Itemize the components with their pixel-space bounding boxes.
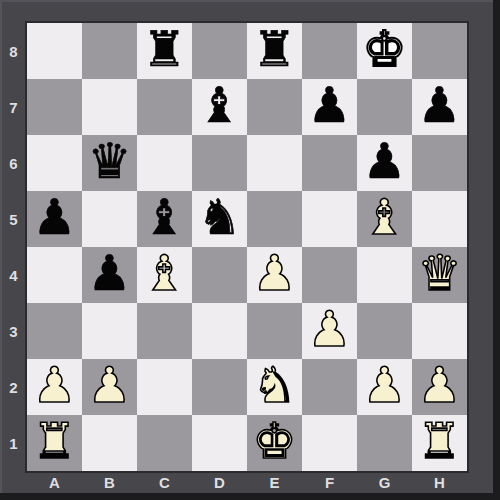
piece-white-rook[interactable]: ♜ [418,417,462,466]
file-label-h: H [412,471,467,493]
square-b4[interactable]: ♟ [82,247,137,303]
piece-black-rook[interactable]: ♜ [253,25,297,74]
square-e1[interactable]: ♚ [247,415,302,471]
piece-black-pawn[interactable]: ♟ [33,193,77,242]
square-e3[interactable] [247,303,302,359]
file-labels: A B C D E F G H [27,471,467,493]
square-b8[interactable] [82,23,137,79]
square-g4[interactable] [357,247,412,303]
piece-black-queen[interactable]: ♛ [88,137,132,186]
square-c2[interactable] [137,359,192,415]
square-e8[interactable]: ♜ [247,23,302,79]
piece-white-pawn[interactable]: ♟ [253,249,297,298]
square-d7[interactable]: ♝ [192,79,247,135]
piece-black-knight[interactable]: ♞ [198,193,242,242]
square-e2[interactable]: ♞ [247,359,302,415]
square-h7[interactable]: ♟ [412,79,467,135]
square-b3[interactable] [82,303,137,359]
piece-black-pawn[interactable]: ♟ [308,81,352,130]
square-d6[interactable] [192,135,247,191]
piece-white-knight[interactable]: ♞ [253,361,297,410]
piece-white-pawn[interactable]: ♟ [33,361,77,410]
square-c8[interactable]: ♜ [137,23,192,79]
square-g3[interactable] [357,303,412,359]
rank-label-4: 4 [0,247,27,303]
square-d2[interactable] [192,359,247,415]
file-label-d: D [192,471,247,493]
square-c3[interactable] [137,303,192,359]
chess-board[interactable]: ♜♜♚♝♟♟♛♟♟♝♞♝♟♝♟♛♟♟♟♞♟♟♜♚♜ [27,23,467,471]
square-g6[interactable]: ♟ [357,135,412,191]
square-f2[interactable] [302,359,357,415]
piece-black-king[interactable]: ♚ [363,25,407,74]
square-a5[interactable]: ♟ [27,191,82,247]
square-g5[interactable]: ♝ [357,191,412,247]
square-c6[interactable] [137,135,192,191]
square-b5[interactable] [82,191,137,247]
square-f1[interactable] [302,415,357,471]
square-e7[interactable] [247,79,302,135]
square-f7[interactable]: ♟ [302,79,357,135]
square-a7[interactable] [27,79,82,135]
piece-white-bishop[interactable]: ♝ [143,249,187,298]
square-a2[interactable]: ♟ [27,359,82,415]
piece-black-pawn[interactable]: ♟ [88,249,132,298]
square-a3[interactable] [27,303,82,359]
square-g1[interactable] [357,415,412,471]
square-a8[interactable] [27,23,82,79]
piece-black-rook[interactable]: ♜ [143,25,187,74]
rank-label-8: 8 [0,23,27,79]
square-h6[interactable] [412,135,467,191]
square-h3[interactable] [412,303,467,359]
square-f6[interactable] [302,135,357,191]
file-label-a: A [27,471,82,493]
square-a4[interactable] [27,247,82,303]
board-frame: 8 7 6 5 4 3 2 1 ♜♜♚♝♟♟♛♟♟♝♞♝♟♝♟♛♟♟♟♞♟♟♜♚… [0,0,500,500]
square-d4[interactable] [192,247,247,303]
piece-white-pawn[interactable]: ♟ [308,305,352,354]
square-d3[interactable] [192,303,247,359]
piece-white-pawn[interactable]: ♟ [88,361,132,410]
square-d1[interactable] [192,415,247,471]
file-label-c: C [137,471,192,493]
square-h1[interactable]: ♜ [412,415,467,471]
square-c7[interactable] [137,79,192,135]
rank-label-2: 2 [0,359,27,415]
piece-white-pawn[interactable]: ♟ [363,361,407,410]
rank-label-6: 6 [0,135,27,191]
rank-label-5: 5 [0,191,27,247]
file-label-b: B [82,471,137,493]
piece-black-pawn[interactable]: ♟ [418,81,462,130]
square-h4[interactable]: ♛ [412,247,467,303]
piece-white-rook[interactable]: ♜ [33,417,77,466]
square-h8[interactable] [412,23,467,79]
piece-white-bishop[interactable]: ♝ [363,193,407,242]
file-label-f: F [302,471,357,493]
square-b7[interactable] [82,79,137,135]
rank-label-1: 1 [0,415,27,471]
rank-labels: 8 7 6 5 4 3 2 1 [0,23,27,471]
square-b6[interactable]: ♛ [82,135,137,191]
square-g2[interactable]: ♟ [357,359,412,415]
file-label-e: E [247,471,302,493]
piece-black-pawn[interactable]: ♟ [363,137,407,186]
rank-label-7: 7 [0,79,27,135]
piece-black-bishop[interactable]: ♝ [198,81,242,130]
square-h2[interactable]: ♟ [412,359,467,415]
square-c4[interactable]: ♝ [137,247,192,303]
square-b1[interactable] [82,415,137,471]
square-h5[interactable] [412,191,467,247]
piece-white-pawn[interactable]: ♟ [418,361,462,410]
square-c1[interactable] [137,415,192,471]
square-e6[interactable] [247,135,302,191]
square-g7[interactable] [357,79,412,135]
square-c5[interactable]: ♝ [137,191,192,247]
square-d8[interactable] [192,23,247,79]
piece-black-bishop[interactable]: ♝ [143,193,187,242]
piece-white-king[interactable]: ♚ [253,417,297,466]
square-b2[interactable]: ♟ [82,359,137,415]
square-d5[interactable]: ♞ [192,191,247,247]
square-f8[interactable] [302,23,357,79]
square-g8[interactable]: ♚ [357,23,412,79]
square-a6[interactable] [27,135,82,191]
square-f5[interactable] [302,191,357,247]
square-a1[interactable]: ♜ [27,415,82,471]
file-label-g: G [357,471,412,493]
square-f4[interactable] [302,247,357,303]
square-f3[interactable]: ♟ [302,303,357,359]
square-e4[interactable]: ♟ [247,247,302,303]
rank-label-3: 3 [0,303,27,359]
square-e5[interactable] [247,191,302,247]
piece-white-queen[interactable]: ♛ [418,249,462,298]
